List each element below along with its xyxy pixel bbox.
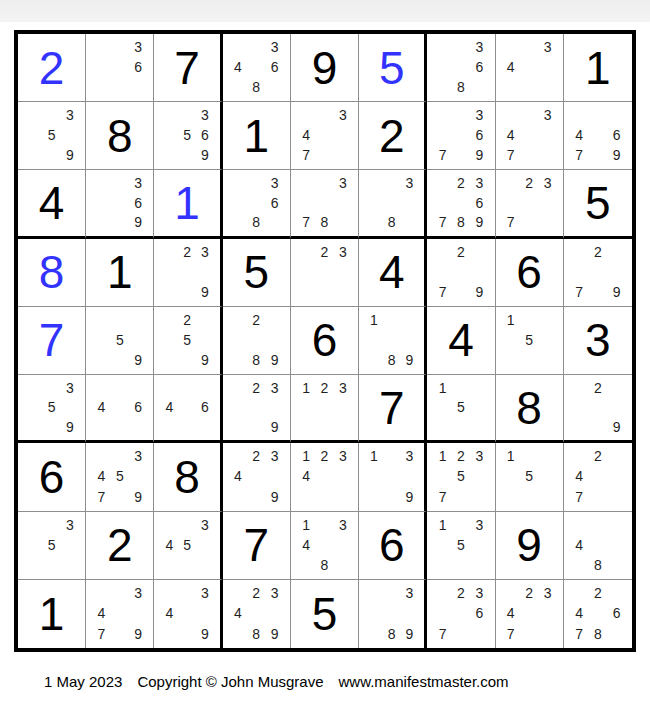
pencil-marks: 369 <box>86 170 153 235</box>
candidate-2: 2 <box>247 583 265 603</box>
pencil-marks: 12357 <box>427 443 494 510</box>
cell-r8c4[interactable]: 7 <box>223 512 291 580</box>
candidate-3: 3 <box>196 105 214 125</box>
candidate-4: 4 <box>570 125 589 145</box>
candidate-2: 2 <box>452 583 470 603</box>
candidate-3: 3 <box>265 37 283 57</box>
cell-r4c7[interactable]: 279 <box>427 239 495 307</box>
candidate-5: 5 <box>42 535 60 555</box>
cell-r5c1[interactable]: 7 <box>18 307 86 375</box>
candidate-9: 9 <box>470 282 488 302</box>
pencil-marks: 15 <box>427 375 494 440</box>
pencil-marks: 259 <box>154 307 219 374</box>
candidate-5: 5 <box>111 466 129 486</box>
cell-r7c1[interactable]: 6 <box>18 443 86 511</box>
cell-r2c3[interactable]: 3569 <box>154 102 222 170</box>
pencil-marks: 15 <box>496 307 563 374</box>
candidate-3: 3 <box>196 583 214 603</box>
cell-r2c7[interactable]: 3679 <box>427 102 495 170</box>
candidate-4: 4 <box>92 466 110 486</box>
candidate-8: 8 <box>247 212 265 231</box>
sudoku-board: 2367346895368341359835691347236793474679… <box>14 30 636 652</box>
cell-r1c2[interactable]: 36 <box>86 34 154 102</box>
given-digit: 6 <box>496 239 563 306</box>
candidate-6: 6 <box>265 193 283 212</box>
candidate-5: 5 <box>178 125 196 145</box>
candidate-3: 3 <box>538 173 556 192</box>
pencil-marks: 279 <box>564 239 632 306</box>
candidate-6: 6 <box>196 125 214 145</box>
cell-r3c4[interactable]: 368 <box>223 170 291 238</box>
candidate-2: 2 <box>315 242 333 262</box>
given-digit: 1 <box>86 239 153 306</box>
cell-r1c4[interactable]: 3468 <box>223 34 291 102</box>
candidate-2: 2 <box>520 173 538 192</box>
candidate-9: 9 <box>607 145 626 165</box>
candidate-3: 3 <box>538 37 556 57</box>
candidate-1: 1 <box>297 515 315 535</box>
candidate-2: 2 <box>247 446 265 466</box>
cell-r1c3[interactable]: 7 <box>154 34 222 102</box>
pencil-marks: 48 <box>564 512 632 579</box>
candidate-2: 2 <box>452 173 470 192</box>
candidate-3: 3 <box>470 37 488 57</box>
candidate-5: 5 <box>111 330 129 350</box>
cell-r7c4[interactable]: 2349 <box>223 443 291 511</box>
candidate-5: 5 <box>178 330 196 350</box>
candidate-5: 5 <box>452 535 470 555</box>
cell-r3c1[interactable]: 4 <box>18 170 86 238</box>
pencil-marks: 15 <box>496 443 563 510</box>
candidate-4: 4 <box>297 535 315 555</box>
cell-r2c5[interactable]: 347 <box>291 102 359 170</box>
candidate-8: 8 <box>452 77 470 97</box>
candidate-9: 9 <box>129 350 147 370</box>
given-digit: 4 <box>427 307 494 374</box>
pencil-marks: 347 <box>496 102 563 169</box>
candidate-1: 1 <box>365 310 383 330</box>
cell-r6c4[interactable]: 239 <box>223 375 291 443</box>
pencil-marks: 247 <box>564 443 632 510</box>
pencil-marks: 2349 <box>223 443 290 510</box>
cell-r7c6[interactable]: 139 <box>359 443 427 511</box>
cell-r8c5[interactable]: 1348 <box>291 512 359 580</box>
candidate-8: 8 <box>315 212 333 231</box>
cell-r4c6[interactable]: 4 <box>359 239 427 307</box>
candidate-6: 6 <box>129 193 147 212</box>
candidate-4: 4 <box>570 603 589 623</box>
candidate-3: 3 <box>265 446 283 466</box>
candidate-7: 7 <box>502 212 520 231</box>
cell-r2c9[interactable]: 4679 <box>564 102 632 170</box>
cell-r8c8[interactable]: 9 <box>496 512 564 580</box>
given-digit: 1 <box>564 34 632 101</box>
cell-r4c1[interactable]: 8 <box>18 239 86 307</box>
cell-r8c6[interactable]: 6 <box>359 512 427 580</box>
candidate-5: 5 <box>520 330 538 350</box>
candidate-3: 3 <box>334 378 352 397</box>
candidate-6: 6 <box>607 125 626 145</box>
candidate-7: 7 <box>433 212 451 231</box>
candidate-4: 4 <box>92 398 110 417</box>
candidate-2: 2 <box>589 378 608 397</box>
entered-digit: 5 <box>359 34 424 101</box>
candidate-2: 2 <box>315 446 333 466</box>
given-digit: 9 <box>496 512 563 579</box>
puzzle-footer: 1 May 2023 Copyright © John Musgrave www… <box>44 673 509 690</box>
candidate-3: 3 <box>61 105 79 125</box>
cell-r4c9[interactable]: 279 <box>564 239 632 307</box>
candidate-2: 2 <box>315 378 333 397</box>
cell-r6c5[interactable]: 123 <box>291 375 359 443</box>
cell-r5c6[interactable]: 189 <box>359 307 427 375</box>
given-digit: 5 <box>291 580 358 648</box>
candidate-3: 3 <box>129 446 147 466</box>
pencil-marks: 1348 <box>291 512 358 579</box>
given-digit: 6 <box>359 512 424 579</box>
cell-r2c8[interactable]: 347 <box>496 102 564 170</box>
candidate-6: 6 <box>265 57 283 77</box>
cell-r6c2[interactable]: 46 <box>86 375 154 443</box>
given-digit: 8 <box>86 102 153 169</box>
candidate-3: 3 <box>265 173 283 192</box>
given-digit: 7 <box>154 34 219 101</box>
pencil-marks: 1234 <box>291 443 358 510</box>
candidate-9: 9 <box>265 624 283 644</box>
pencil-marks: 38 <box>359 170 424 235</box>
candidate-7: 7 <box>570 282 589 302</box>
cell-r9c2[interactable]: 3479 <box>86 580 154 648</box>
candidate-6: 6 <box>129 398 147 417</box>
candidate-3: 3 <box>470 446 488 466</box>
candidate-4: 4 <box>160 535 178 555</box>
given-digit: 8 <box>496 375 563 440</box>
cell-r9c9[interactable]: 24678 <box>564 580 632 648</box>
cell-r4c4[interactable]: 5 <box>223 239 291 307</box>
cell-r6c7[interactable]: 15 <box>427 375 495 443</box>
pencil-marks: 29 <box>564 375 632 440</box>
candidate-3: 3 <box>401 446 419 466</box>
cell-r7c2[interactable]: 34579 <box>86 443 154 511</box>
candidate-9: 9 <box>401 624 419 644</box>
puzzle-date: 1 May 2023 <box>44 673 122 690</box>
cell-r9c5[interactable]: 5 <box>291 580 359 648</box>
cell-r5c8[interactable]: 15 <box>496 307 564 375</box>
candidate-3: 3 <box>470 515 488 535</box>
candidate-9: 9 <box>265 417 283 436</box>
pencil-marks: 24678 <box>564 580 632 648</box>
given-digit: 5 <box>564 170 632 235</box>
cell-r9c4[interactable]: 23489 <box>223 580 291 648</box>
cell-r5c9[interactable]: 3 <box>564 307 632 375</box>
pencil-marks: 345 <box>154 512 219 579</box>
pencil-marks: 189 <box>359 307 424 374</box>
pencil-marks: 135 <box>427 512 494 579</box>
pencil-marks: 359 <box>18 102 85 169</box>
cell-r6c3[interactable]: 46 <box>154 375 222 443</box>
candidate-3: 3 <box>61 515 79 535</box>
cell-r3c6[interactable]: 38 <box>359 170 427 238</box>
candidate-3: 3 <box>470 173 488 192</box>
pencil-marks: 347 <box>291 102 358 169</box>
cell-r2c2[interactable]: 8 <box>86 102 154 170</box>
cell-r3c2[interactable]: 369 <box>86 170 154 238</box>
candidate-4: 4 <box>229 57 247 77</box>
cell-r3c9[interactable]: 5 <box>564 170 632 238</box>
pencil-marks: 2347 <box>496 580 563 648</box>
candidate-3: 3 <box>538 583 556 603</box>
candidate-4: 4 <box>229 603 247 623</box>
pencil-marks: 36 <box>86 34 153 101</box>
candidate-2: 2 <box>452 242 470 262</box>
cell-r1c7[interactable]: 368 <box>427 34 495 102</box>
cell-r3c5[interactable]: 378 <box>291 170 359 238</box>
candidate-9: 9 <box>265 486 283 506</box>
candidate-5: 5 <box>42 398 60 417</box>
cell-r7c3[interactable]: 8 <box>154 443 222 511</box>
pencil-marks: 3479 <box>86 580 153 648</box>
cell-r7c7[interactable]: 12357 <box>427 443 495 511</box>
candidate-6: 6 <box>470 193 488 212</box>
entered-digit: 7 <box>18 307 85 374</box>
pencil-marks: 237 <box>496 170 563 235</box>
candidate-3: 3 <box>334 515 352 535</box>
candidate-5: 5 <box>178 535 196 555</box>
copyright-text: Copyright © John Musgrave <box>137 673 323 690</box>
cell-r9c1[interactable]: 1 <box>18 580 86 648</box>
pencil-marks: 239 <box>223 375 290 440</box>
candidate-2: 2 <box>589 583 608 603</box>
cell-r9c7[interactable]: 2367 <box>427 580 495 648</box>
candidate-7: 7 <box>570 145 589 165</box>
pencil-marks: 236789 <box>427 170 494 235</box>
cell-r1c1[interactable]: 2 <box>18 34 86 102</box>
pencil-marks: 23489 <box>223 580 290 648</box>
candidate-9: 9 <box>61 145 79 165</box>
candidate-9: 9 <box>401 486 419 506</box>
candidate-7: 7 <box>433 486 451 506</box>
cell-r9c6[interactable]: 389 <box>359 580 427 648</box>
cell-r7c5[interactable]: 1234 <box>291 443 359 511</box>
candidate-1: 1 <box>297 446 315 466</box>
pencil-marks: 34 <box>496 34 563 101</box>
candidate-9: 9 <box>196 282 214 302</box>
candidate-1: 1 <box>502 310 520 330</box>
candidate-3: 3 <box>265 583 283 603</box>
candidate-3: 3 <box>334 446 352 466</box>
candidate-5: 5 <box>452 398 470 417</box>
pencil-marks: 23 <box>291 239 358 306</box>
candidate-7: 7 <box>433 282 451 302</box>
candidate-3: 3 <box>196 515 214 535</box>
candidate-2: 2 <box>589 242 608 262</box>
candidate-3: 3 <box>401 583 419 603</box>
candidate-4: 4 <box>297 125 315 145</box>
candidate-4: 4 <box>229 466 247 486</box>
candidate-5: 5 <box>520 466 538 486</box>
entered-digit: 2 <box>18 34 85 101</box>
pencil-marks: 3569 <box>154 102 219 169</box>
candidate-2: 2 <box>178 242 196 262</box>
candidate-3: 3 <box>334 105 352 125</box>
website-url: www.manifestmaster.com <box>339 673 509 690</box>
pencil-marks: 279 <box>427 239 494 306</box>
pencil-marks: 35 <box>18 512 85 579</box>
candidate-5: 5 <box>42 125 60 145</box>
candidate-7: 7 <box>570 624 589 644</box>
cell-r1c5[interactable]: 9 <box>291 34 359 102</box>
entered-digit: 8 <box>18 239 85 306</box>
candidate-3: 3 <box>334 173 352 192</box>
candidate-7: 7 <box>502 145 520 165</box>
candidate-8: 8 <box>383 350 401 370</box>
candidate-3: 3 <box>129 173 147 192</box>
cell-r5c4[interactable]: 289 <box>223 307 291 375</box>
candidate-4: 4 <box>297 466 315 486</box>
candidate-3: 3 <box>61 378 79 397</box>
given-digit: 2 <box>359 102 424 169</box>
candidate-4: 4 <box>502 57 520 77</box>
cell-r5c5[interactable]: 6 <box>291 307 359 375</box>
cell-r4c5[interactable]: 23 <box>291 239 359 307</box>
candidate-9: 9 <box>607 282 626 302</box>
cell-r2c6[interactable]: 2 <box>359 102 427 170</box>
cell-r2c1[interactable]: 359 <box>18 102 86 170</box>
cell-r7c8[interactable]: 15 <box>496 443 564 511</box>
candidate-1: 1 <box>502 446 520 466</box>
pencil-marks: 3468 <box>223 34 290 101</box>
candidate-4: 4 <box>92 603 110 623</box>
cell-r4c3[interactable]: 239 <box>154 239 222 307</box>
candidate-9: 9 <box>196 624 214 644</box>
given-digit: 9 <box>291 34 358 101</box>
given-digit: 7 <box>359 375 424 440</box>
candidate-1: 1 <box>365 446 383 466</box>
pencil-marks: 2367 <box>427 580 494 648</box>
pencil-marks: 34579 <box>86 443 153 510</box>
given-digit: 4 <box>359 239 424 306</box>
candidate-9: 9 <box>61 417 79 436</box>
cell-r1c8[interactable]: 34 <box>496 34 564 102</box>
candidate-4: 4 <box>570 466 589 486</box>
candidate-6: 6 <box>470 57 488 77</box>
pencil-marks: 123 <box>291 375 358 440</box>
candidate-6: 6 <box>470 125 488 145</box>
given-digit: 7 <box>223 512 290 579</box>
candidate-6: 6 <box>196 398 214 417</box>
candidate-9: 9 <box>196 350 214 370</box>
cell-r4c2[interactable]: 1 <box>86 239 154 307</box>
candidate-9: 9 <box>401 350 419 370</box>
candidate-2: 2 <box>247 310 265 330</box>
candidate-4: 4 <box>160 603 178 623</box>
candidate-4: 4 <box>502 603 520 623</box>
cell-r6c9[interactable]: 29 <box>564 375 632 443</box>
candidate-7: 7 <box>297 145 315 165</box>
window-chrome-bar <box>0 0 650 22</box>
cell-r9c3[interactable]: 349 <box>154 580 222 648</box>
candidate-8: 8 <box>247 77 265 97</box>
pencil-marks: 3679 <box>427 102 494 169</box>
pencil-marks: 139 <box>359 443 424 510</box>
cell-r5c7[interactable]: 4 <box>427 307 495 375</box>
cell-r5c3[interactable]: 259 <box>154 307 222 375</box>
candidate-9: 9 <box>470 212 488 231</box>
pencil-marks: 359 <box>18 375 85 440</box>
cell-r3c8[interactable]: 237 <box>496 170 564 238</box>
given-digit: 2 <box>86 512 153 579</box>
pencil-marks: 46 <box>154 375 219 440</box>
candidate-8: 8 <box>247 624 265 644</box>
candidate-9: 9 <box>607 417 626 436</box>
pencil-marks: 368 <box>223 170 290 235</box>
cell-r3c3[interactable]: 1 <box>154 170 222 238</box>
pencil-marks: 289 <box>223 307 290 374</box>
candidate-8: 8 <box>383 624 401 644</box>
cell-r8c2[interactable]: 2 <box>86 512 154 580</box>
candidate-5: 5 <box>452 466 470 486</box>
cell-r8c3[interactable]: 345 <box>154 512 222 580</box>
candidate-8: 8 <box>589 555 608 575</box>
candidate-4: 4 <box>160 398 178 417</box>
cell-r2c4[interactable]: 1 <box>223 102 291 170</box>
candidate-7: 7 <box>502 624 520 644</box>
candidate-4: 4 <box>570 535 589 555</box>
given-digit: 6 <box>18 443 85 510</box>
candidate-7: 7 <box>433 145 451 165</box>
candidate-3: 3 <box>470 583 488 603</box>
candidate-1: 1 <box>433 378 451 397</box>
candidate-3: 3 <box>129 583 147 603</box>
given-digit: 3 <box>564 307 632 374</box>
pencil-marks: 59 <box>86 307 153 374</box>
cell-r3c7[interactable]: 236789 <box>427 170 495 238</box>
candidate-2: 2 <box>247 378 265 397</box>
candidate-9: 9 <box>470 145 488 165</box>
pencil-marks: 4679 <box>564 102 632 169</box>
cell-r1c6[interactable]: 5 <box>359 34 427 102</box>
candidate-8: 8 <box>589 624 608 644</box>
candidate-1: 1 <box>297 378 315 397</box>
candidate-2: 2 <box>589 446 608 466</box>
cell-r8c1[interactable]: 35 <box>18 512 86 580</box>
candidate-4: 4 <box>502 125 520 145</box>
candidate-2: 2 <box>178 310 196 330</box>
cell-r8c7[interactable]: 135 <box>427 512 495 580</box>
candidate-6: 6 <box>129 57 147 77</box>
candidate-6: 6 <box>607 603 626 623</box>
cell-r6c8[interactable]: 8 <box>496 375 564 443</box>
given-digit: 8 <box>154 443 219 510</box>
cell-r6c6[interactable]: 7 <box>359 375 427 443</box>
candidate-7: 7 <box>92 486 110 506</box>
given-digit: 6 <box>291 307 358 374</box>
cell-r1c9[interactable]: 1 <box>564 34 632 102</box>
cell-r7c9[interactable]: 247 <box>564 443 632 511</box>
candidate-8: 8 <box>383 212 401 231</box>
cell-r9c8[interactable]: 2347 <box>496 580 564 648</box>
cell-r8c9[interactable]: 48 <box>564 512 632 580</box>
cell-r5c2[interactable]: 59 <box>86 307 154 375</box>
candidate-7: 7 <box>433 624 451 644</box>
pencil-marks: 46 <box>86 375 153 440</box>
candidate-1: 1 <box>433 446 451 466</box>
cell-r4c8[interactable]: 6 <box>496 239 564 307</box>
pencil-marks: 349 <box>154 580 219 648</box>
cell-r6c1[interactable]: 359 <box>18 375 86 443</box>
candidate-9: 9 <box>129 486 147 506</box>
candidate-9: 9 <box>265 350 283 370</box>
